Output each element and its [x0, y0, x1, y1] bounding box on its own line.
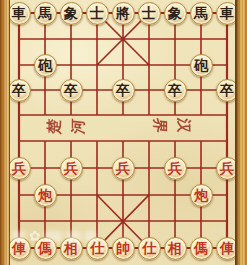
- piece-black-horse[interactable]: 馬: [190, 2, 213, 25]
- river-label-chu-he: 楚河: [47, 119, 86, 134]
- piece-black-elephant[interactable]: 象: [60, 2, 83, 25]
- piece-black-cannon[interactable]: 砲: [190, 54, 213, 77]
- piece-red-cannon[interactable]: 炮: [34, 184, 57, 207]
- piece-red-elephant[interactable]: 相: [60, 237, 83, 260]
- piece-red-chariot[interactable]: 俥: [8, 237, 31, 260]
- piece-black-chariot[interactable]: 車: [8, 2, 31, 25]
- river-label-han-jie: 界汉: [152, 118, 191, 133]
- piece-red-soldier[interactable]: 兵: [8, 157, 31, 180]
- wood-rail-left: [0, 0, 10, 265]
- piece-black-soldier[interactable]: 卒: [8, 79, 31, 102]
- piece-red-advisor[interactable]: 仕: [138, 237, 161, 260]
- piece-black-soldier[interactable]: 卒: [60, 79, 83, 102]
- piece-red-elephant[interactable]: 相: [164, 237, 187, 260]
- piece-red-horse[interactable]: 傌: [190, 237, 213, 260]
- piece-red-soldier[interactable]: 兵: [164, 157, 187, 180]
- board-grid: [0, 0, 247, 265]
- piece-red-soldier[interactable]: 兵: [112, 157, 135, 180]
- wood-rail-right: [235, 0, 247, 265]
- piece-red-advisor[interactable]: 仕: [86, 237, 109, 260]
- piece-black-soldier[interactable]: 卒: [164, 79, 187, 102]
- piece-red-general[interactable]: 帥: [112, 237, 135, 260]
- piece-red-cannon[interactable]: 炮: [190, 184, 213, 207]
- piece-black-advisor[interactable]: 士: [138, 2, 161, 25]
- piece-black-cannon[interactable]: 砲: [34, 54, 57, 77]
- piece-red-soldier[interactable]: 兵: [60, 157, 83, 180]
- piece-black-soldier[interactable]: 卒: [112, 79, 135, 102]
- piece-black-elephant[interactable]: 象: [164, 2, 187, 25]
- piece-black-horse[interactable]: 馬: [34, 2, 57, 25]
- piece-black-general[interactable]: 將: [112, 2, 135, 25]
- xiangqi-app: 楚河 界汉 車馬象士將士象馬車砲砲卒卒卒卒卒兵兵兵兵兵炮炮俥傌相仕帥仕相傌俥 ✿: [0, 0, 247, 265]
- piece-black-advisor[interactable]: 士: [86, 2, 109, 25]
- piece-red-horse[interactable]: 傌: [34, 237, 57, 260]
